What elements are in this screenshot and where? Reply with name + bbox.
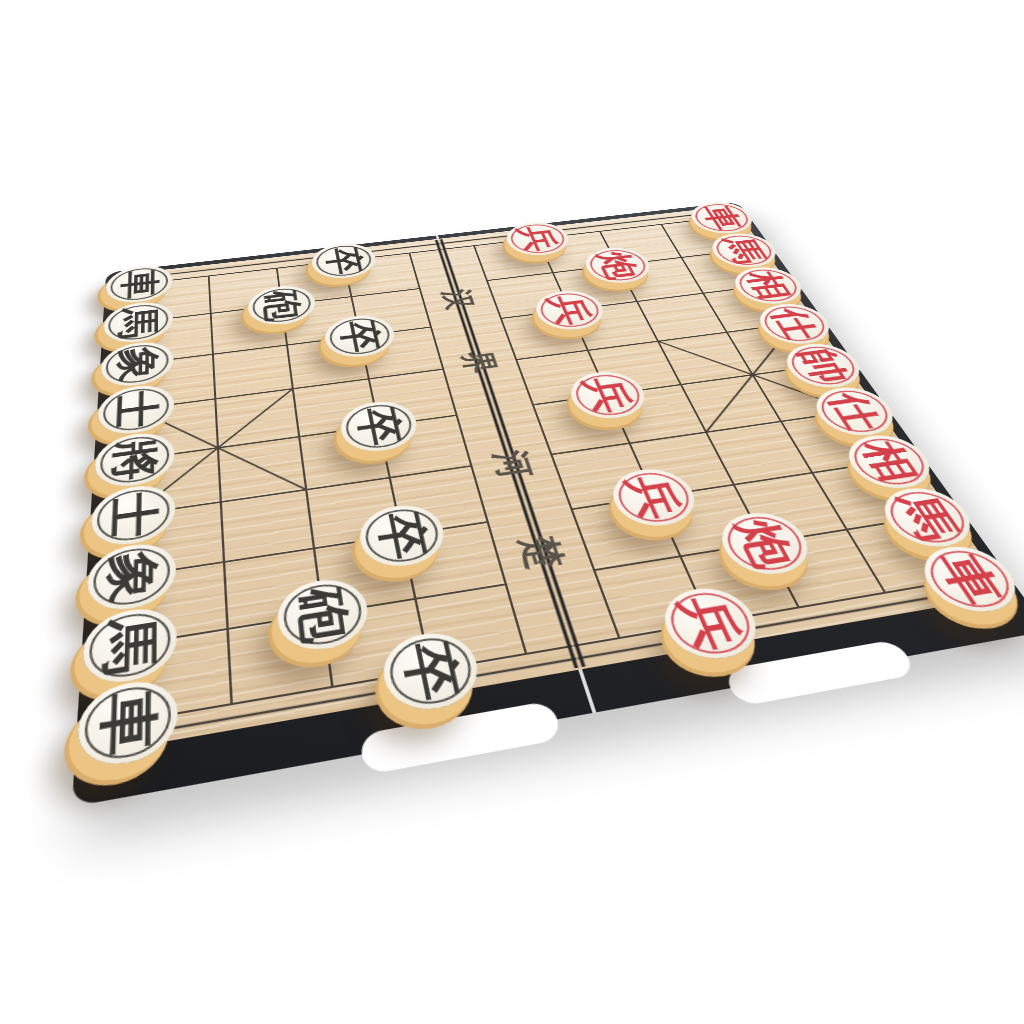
piece-character: 帥 xyxy=(792,346,855,385)
piece-character: 兵 xyxy=(579,375,637,416)
piece-character: 炮 xyxy=(592,250,643,281)
piece-character: 車 xyxy=(929,550,1011,608)
piece-character: 卒 xyxy=(372,509,432,562)
piece-character: 卒 xyxy=(352,405,405,449)
piece-character: 仕 xyxy=(765,306,824,341)
black-cannon[interactable]: 砲 xyxy=(246,283,318,328)
piece-character: 兵 xyxy=(544,293,596,327)
piece-character: 車 xyxy=(118,268,159,300)
red-horse[interactable]: 馬 xyxy=(871,483,986,552)
piece-character: 車 xyxy=(96,687,158,759)
black-cannon[interactable]: 砲 xyxy=(275,574,373,656)
piece-character: 馬 xyxy=(117,305,160,340)
xiangqi-board[interactable]: 汉 界 河 楚 車兵馬卒炮車相砲兵馬仕卒象帥兵士仕卒將相兵士馬卒炮象車砲兵馬卒車 xyxy=(94,206,1009,754)
red-soldier[interactable]: 兵 xyxy=(501,219,575,258)
red-general[interactable]: 帥 xyxy=(776,340,871,392)
piece-character: 象 xyxy=(104,548,159,605)
black-soldier[interactable]: 卒 xyxy=(309,241,379,282)
red-soldier[interactable]: 兵 xyxy=(530,288,612,334)
piece-character: 相 xyxy=(740,269,796,301)
red-elephant[interactable]: 相 xyxy=(836,431,943,493)
scene: 汉 界 河 楚 車兵馬卒炮車相砲兵馬仕卒象帥兵士仕卒將相兵士馬卒炮象車砲兵馬卒車 xyxy=(0,0,1024,1024)
red-advisor[interactable]: 仕 xyxy=(750,300,840,347)
piece-character: 砲 xyxy=(293,584,354,645)
piece-character: 馬 xyxy=(718,235,771,265)
piece-character: 砲 xyxy=(260,288,304,322)
piece-character: 士 xyxy=(107,489,159,540)
red-horse[interactable]: 馬 xyxy=(704,230,785,270)
piece-character: 馬 xyxy=(100,613,158,677)
piece-character: 炮 xyxy=(729,516,802,570)
red-advisor[interactable]: 仕 xyxy=(805,383,906,440)
piece-character: 士 xyxy=(112,388,159,430)
piece-character: 將 xyxy=(110,436,159,482)
black-chariot[interactable]: 車 xyxy=(105,263,173,306)
piece-character: 馬 xyxy=(890,491,966,543)
piece-character: 卒 xyxy=(322,246,366,277)
black-soldier[interactable]: 卒 xyxy=(337,398,422,456)
piece-character: 卒 xyxy=(336,318,384,354)
piece-character: 卒 xyxy=(397,638,465,705)
piece-character: 象 xyxy=(114,345,159,383)
red-soldier[interactable]: 兵 xyxy=(604,465,706,532)
piece-character: 相 xyxy=(854,438,925,485)
red-chariot[interactable]: 車 xyxy=(683,199,761,236)
red-soldier[interactable]: 兵 xyxy=(563,368,653,423)
red-cannon[interactable]: 炮 xyxy=(710,508,820,580)
red-elephant[interactable]: 相 xyxy=(726,264,812,307)
black-soldier[interactable]: 卒 xyxy=(355,500,450,571)
black-soldier[interactable]: 卒 xyxy=(322,312,399,360)
product-photo-background: { "game": "xiangqi", "board_type": "fold… xyxy=(0,0,1024,1024)
piece-character: 仕 xyxy=(822,390,889,432)
red-cannon[interactable]: 炮 xyxy=(579,245,658,286)
piece-character: 兵 xyxy=(514,224,562,253)
piece-character: 車 xyxy=(696,204,747,232)
piece-character: 兵 xyxy=(673,592,749,654)
piece-character: 兵 xyxy=(621,472,687,522)
